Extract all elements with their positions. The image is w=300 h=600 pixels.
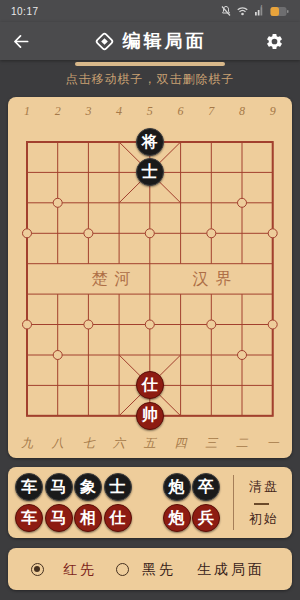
file-label-bottom: 三 xyxy=(205,435,217,452)
hint-text: 点击移动棋子，双击删除棋子 xyxy=(0,71,300,88)
red-first-label[interactable]: 红先 xyxy=(63,561,97,579)
generate-position-button[interactable]: 生成局面 xyxy=(197,561,265,579)
tray-piece-black-炮[interactable]: 炮 xyxy=(163,473,191,501)
app-header: 编辑局面 xyxy=(0,22,300,60)
file-label-top: 3 xyxy=(85,104,91,119)
tray-piece-black-象[interactable]: 象 xyxy=(74,473,102,501)
tray-piece-black-卒[interactable]: 卒 xyxy=(192,473,220,501)
file-label-top: 2 xyxy=(55,104,61,119)
clear-board-button[interactable]: 清盘 xyxy=(234,478,292,496)
diamond-logo-icon xyxy=(94,31,115,52)
title-group: 编辑局面 xyxy=(0,29,300,53)
file-label-bottom: 四 xyxy=(175,435,187,452)
tray-piece-black-士[interactable]: 士 xyxy=(104,473,132,501)
tray-piece-red-炮[interactable]: 炮 xyxy=(163,504,191,532)
tray-dash xyxy=(254,503,269,505)
page-title: 编辑局面 xyxy=(123,29,207,53)
status-bar: 10:17 4 xyxy=(0,0,300,22)
black-first-label[interactable]: 黑先 xyxy=(142,561,176,579)
piece-black-将[interactable]: 将 xyxy=(136,128,164,156)
file-label-bottom: 七 xyxy=(82,435,94,452)
notifications-off-icon xyxy=(220,5,232,17)
svg-text:4: 4 xyxy=(261,5,263,9)
settings-button[interactable] xyxy=(256,22,292,60)
river-text-right: 汉界 xyxy=(186,269,239,290)
piece-black-士[interactable]: 士 xyxy=(136,158,164,186)
red-first-radio[interactable] xyxy=(31,563,44,576)
tray-piece-red-仕[interactable]: 仕 xyxy=(104,504,132,532)
footer-bar: 红先 黑先 生成局面 xyxy=(8,548,292,590)
file-label-bottom: 五 xyxy=(144,435,156,452)
file-label-top: 1 xyxy=(24,104,30,119)
file-label-top: 4 xyxy=(116,104,122,119)
black-first-radio[interactable] xyxy=(116,563,129,576)
file-label-bottom: 八 xyxy=(52,435,64,452)
clock: 10:17 xyxy=(11,6,39,17)
piece-tray: 车马象士炮卒车马相仕炮兵 清盘 初始 xyxy=(8,467,292,538)
status-icons: 4 xyxy=(220,5,289,17)
piece-red-帅[interactable]: 帅 xyxy=(136,402,164,430)
tray-piece-red-马[interactable]: 马 xyxy=(45,504,73,532)
battery-icon xyxy=(270,6,289,17)
file-label-bottom: 九 xyxy=(21,435,33,452)
tray-piece-black-马[interactable]: 马 xyxy=(45,473,73,501)
piece-red-仕[interactable]: 仕 xyxy=(136,371,164,399)
file-label-bottom: 六 xyxy=(113,435,125,452)
app-screen: 10:17 4 xyxy=(0,0,300,600)
file-label-top: 5 xyxy=(147,104,153,119)
file-label-bottom: 二 xyxy=(236,435,248,452)
file-label-top: 8 xyxy=(239,104,245,119)
cell-signal-icon: 4 xyxy=(253,5,266,17)
tray-piece-black-车[interactable]: 车 xyxy=(15,473,43,501)
back-button[interactable] xyxy=(0,22,40,60)
river-text-left: 楚河 xyxy=(85,269,138,290)
gear-icon xyxy=(265,32,284,51)
file-label-bottom: 一 xyxy=(267,435,279,452)
back-arrow-icon xyxy=(11,32,30,51)
tray-piece-red-车[interactable]: 车 xyxy=(15,504,43,532)
xiangqi-board[interactable]: 123456789九八七六五四三二一楚河汉界 将士仕帅 xyxy=(8,97,292,458)
file-label-top: 7 xyxy=(208,104,214,119)
file-label-top: 6 xyxy=(178,104,184,119)
sheet-handle xyxy=(75,62,225,66)
tray-piece-red-相[interactable]: 相 xyxy=(74,504,102,532)
tray-piece-red-兵[interactable]: 兵 xyxy=(192,504,220,532)
wifi-icon xyxy=(236,5,249,17)
reset-start-button[interactable]: 初始 xyxy=(234,510,292,528)
file-label-top: 9 xyxy=(270,104,276,119)
